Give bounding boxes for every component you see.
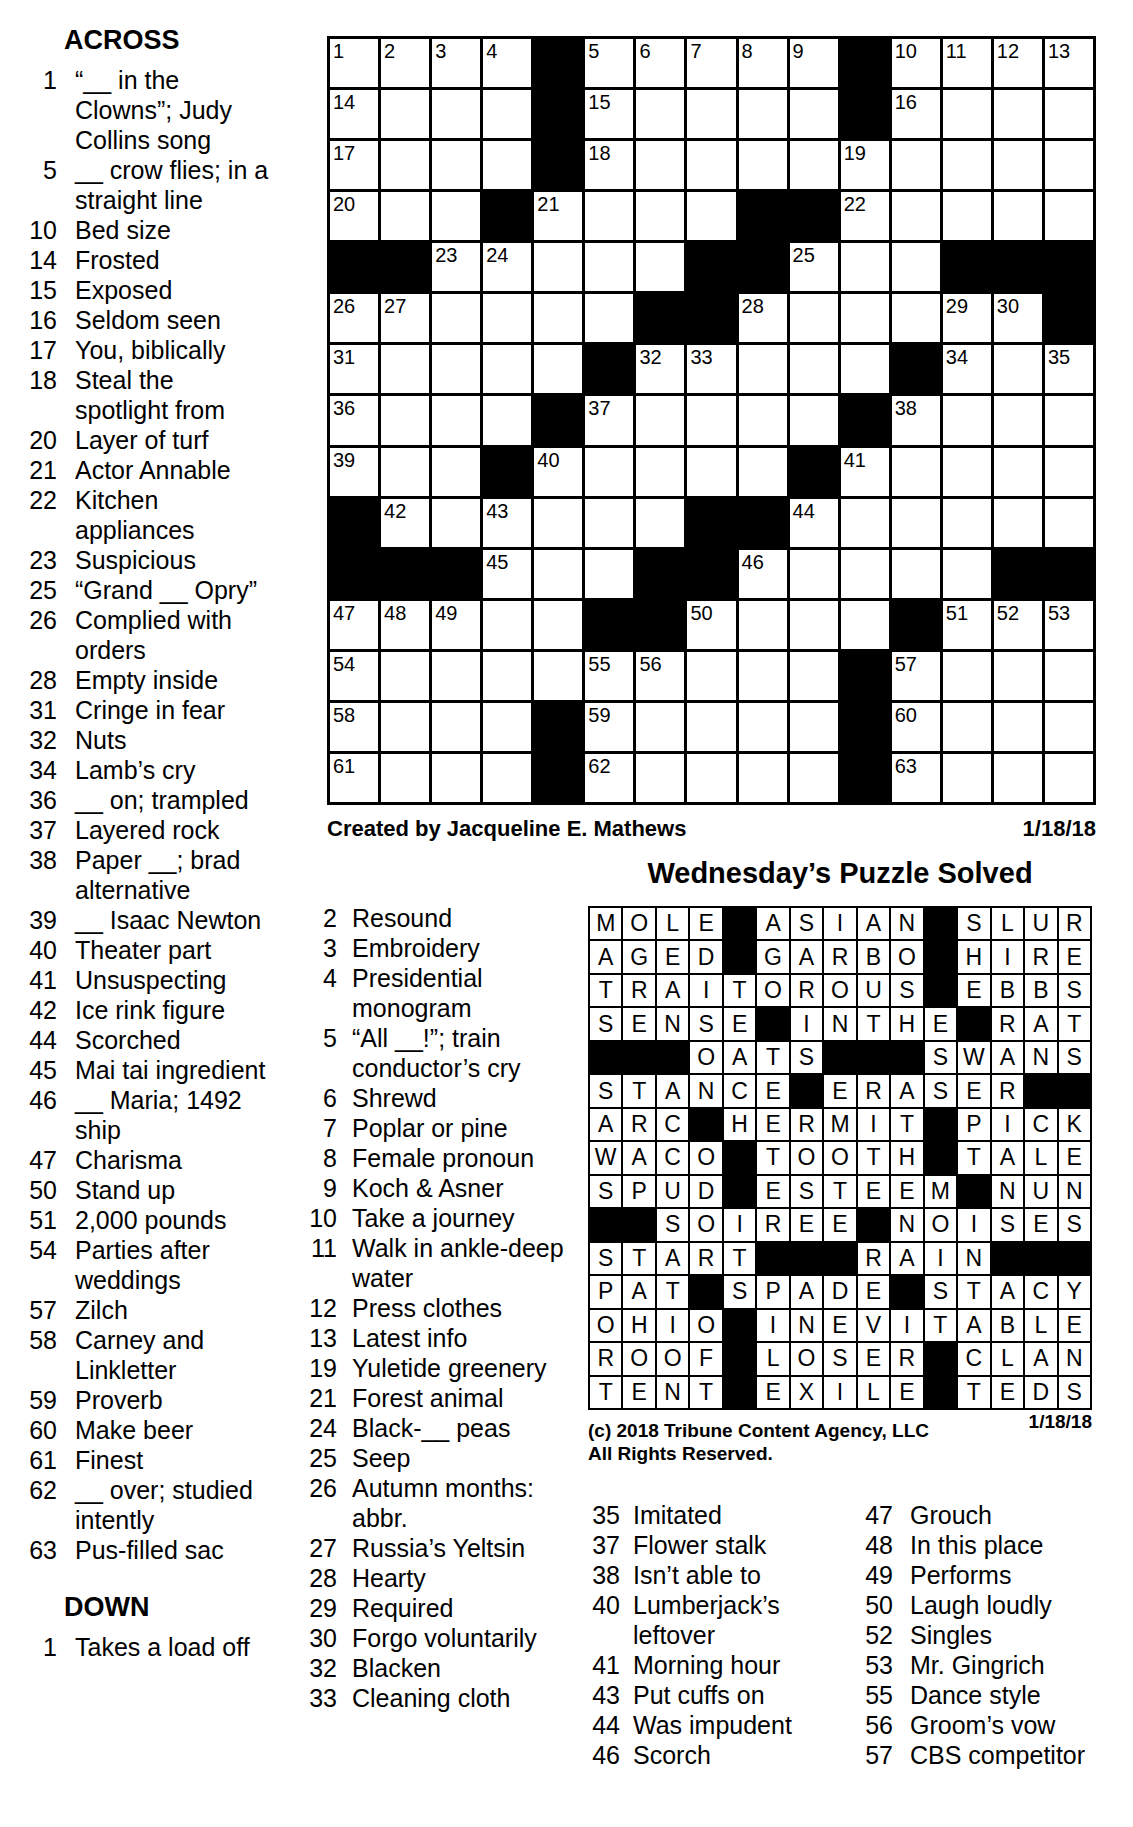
grid-cell-r13c15[interactable] — [1045, 652, 1093, 700]
grid-cell-r3c8[interactable] — [687, 141, 735, 189]
grid-cell-r8c7[interactable] — [636, 396, 684, 444]
grid-cell-r8c15[interactable] — [1045, 396, 1093, 444]
clue-number: 25 — [300, 1443, 337, 1473]
clue-42: 42Ice rink figure — [20, 995, 275, 1025]
grid-cell-r4c13[interactable] — [943, 192, 991, 240]
grid-cell-r14c13[interactable] — [943, 703, 991, 751]
grid-cell-r1c10[interactable]: 9 — [790, 39, 838, 87]
grid-cell-r1c15[interactable]: 13 — [1045, 39, 1093, 87]
clue-text: Bed size — [75, 215, 271, 245]
grid-cell-r11c4[interactable]: 45 — [483, 550, 531, 598]
black-cell-r2c11 — [841, 90, 889, 138]
grid-cell-r9c5[interactable]: 40 — [534, 448, 582, 496]
grid-cell-r2c9[interactable] — [739, 90, 787, 138]
clue-text: Press clothes — [352, 1293, 567, 1323]
letter-cell-r5c15: S — [1059, 1042, 1090, 1073]
clue-text: Imitated — [633, 1500, 818, 1530]
grid-cell-r9c11[interactable]: 41 — [841, 448, 889, 496]
grid-cell-r7c13[interactable]: 34 — [943, 345, 991, 393]
clue-23: 23Suspicious — [20, 545, 275, 575]
grid-cell-r12c10[interactable] — [790, 601, 838, 649]
grid-cell-r9c15[interactable] — [1045, 448, 1093, 496]
grid-cell-r7c1[interactable]: 31 — [330, 345, 378, 393]
letter-cell-r8c9: T — [858, 1142, 889, 1173]
grid-cell-r13c2[interactable] — [381, 652, 429, 700]
letter-cell-r5c7: S — [791, 1042, 822, 1073]
letter-cell-r15c15: S — [1059, 1377, 1090, 1408]
grid-cell-r15c10[interactable] — [790, 754, 838, 802]
grid-cell-r1c8[interactable]: 7 — [687, 39, 735, 87]
grid-cell-r1c1[interactable]: 1 — [330, 39, 378, 87]
grid-cell-r12c1[interactable]: 47 — [330, 601, 378, 649]
grid-cell-r4c3[interactable] — [432, 192, 480, 240]
clue-number: 58 — [20, 1325, 57, 1355]
grid-cell-r6c5[interactable] — [534, 294, 582, 342]
grid-cell-r6c1[interactable]: 26 — [330, 294, 378, 342]
grid-cell-r9c2[interactable] — [381, 448, 429, 496]
grid-cell-r14c15[interactable] — [1045, 703, 1093, 751]
grid-cell-r3c15[interactable] — [1045, 141, 1093, 189]
grid-cell-r2c3[interactable] — [432, 90, 480, 138]
cell-number: 44 — [793, 500, 815, 522]
grid-cell-r6c4[interactable] — [483, 294, 531, 342]
cell-number: 38 — [895, 397, 917, 419]
grid-cell-r12c2[interactable]: 48 — [381, 601, 429, 649]
grid-cell-r14c4[interactable] — [483, 703, 531, 751]
grid-cell-r7c4[interactable] — [483, 345, 531, 393]
grid-cell-r12c15[interactable]: 53 — [1045, 601, 1093, 649]
grid-cell-r14c10[interactable] — [790, 703, 838, 751]
grid-cell-r5c7[interactable] — [636, 243, 684, 291]
grid-cell-r15c14[interactable] — [994, 754, 1042, 802]
grid-cell-r4c5[interactable]: 21 — [534, 192, 582, 240]
letter-cell-r10c15: S — [1059, 1209, 1090, 1240]
grid-cell-r4c8[interactable] — [687, 192, 735, 240]
grid-cell-r11c10[interactable] — [790, 550, 838, 598]
clue-55: 55Dance style — [856, 1680, 1106, 1710]
grid-cell-r13c3[interactable] — [432, 652, 480, 700]
grid-cell-r3c13[interactable] — [943, 141, 991, 189]
letter-cell-r7c3: C — [657, 1109, 688, 1140]
grid-cell-r10c11[interactable] — [841, 499, 889, 547]
clue-text: Required — [352, 1593, 567, 1623]
letter-cell-r4c2: E — [623, 1008, 654, 1039]
grid-cell-r7c7[interactable]: 32 — [636, 345, 684, 393]
letter-cell-r9c9: E — [858, 1176, 889, 1207]
grid-cell-r13c4[interactable] — [483, 652, 531, 700]
grid-cell-r4c11[interactable]: 22 — [841, 192, 889, 240]
clue-41: 41Unsuspecting — [20, 965, 275, 995]
grid-cell-r13c14[interactable] — [994, 652, 1042, 700]
letter-cell-r14c10: R — [891, 1343, 922, 1374]
clue-47: 47Grouch — [856, 1500, 1106, 1530]
clue-9: 9Koch & Asner — [300, 1173, 570, 1203]
clue-text: __ Isaac Newton — [75, 905, 271, 935]
grid-cell-r8c4[interactable] — [483, 396, 531, 444]
grid-cell-r2c14[interactable] — [994, 90, 1042, 138]
grid-cell-r6c10[interactable] — [790, 294, 838, 342]
grid-cell-r15c1[interactable]: 61 — [330, 754, 378, 802]
grid-cell-r15c4[interactable] — [483, 754, 531, 802]
grid-cell-r15c12[interactable]: 63 — [892, 754, 940, 802]
grid-cell-r9c7[interactable] — [636, 448, 684, 496]
grid-cell-r4c12[interactable] — [892, 192, 940, 240]
grid-cell-r15c3[interactable] — [432, 754, 480, 802]
grid-cell-r3c3[interactable] — [432, 141, 480, 189]
clue-number: 41 — [583, 1650, 620, 1680]
grid-cell-r3c6[interactable]: 18 — [585, 141, 633, 189]
grid-cell-r12c14[interactable]: 52 — [994, 601, 1042, 649]
grid-cell-r8c6[interactable]: 37 — [585, 396, 633, 444]
grid-cell-r7c2[interactable] — [381, 345, 429, 393]
grid-cell-r9c1[interactable]: 39 — [330, 448, 378, 496]
letter-cell-r14c8: S — [824, 1343, 855, 1374]
letter-cell-r9c6: E — [757, 1176, 788, 1207]
clue-54: 54Parties after weddings — [20, 1235, 275, 1295]
clue-32: 32Nuts — [20, 725, 275, 755]
grid-cell-r14c6[interactable]: 59 — [585, 703, 633, 751]
grid-cell-r5c11[interactable] — [841, 243, 889, 291]
letter-cell-r8c1: W — [590, 1142, 621, 1173]
grid-cell-r12c4[interactable] — [483, 601, 531, 649]
letter-cell-r1c8: I — [824, 908, 855, 939]
clue-46: 46__ Maria; 1492 ship — [20, 1085, 275, 1145]
black-cell-r5c8 — [687, 243, 735, 291]
clue-8: 8Female pronoun — [300, 1143, 570, 1173]
grid-cell-r10c13[interactable] — [943, 499, 991, 547]
grid-cell-r13c1[interactable]: 54 — [330, 652, 378, 700]
grid-cell-r6c12[interactable] — [892, 294, 940, 342]
grid-cell-r2c12[interactable]: 16 — [892, 90, 940, 138]
clue-32: 32Blacken — [300, 1653, 570, 1683]
grid-cell-r2c7[interactable] — [636, 90, 684, 138]
grid-cell-r12c3[interactable]: 49 — [432, 601, 480, 649]
clue-text: Was impudent — [633, 1710, 818, 1740]
letter-cell-r5c6: T — [757, 1042, 788, 1073]
grid-cell-r8c13[interactable] — [943, 396, 991, 444]
clue-number: 28 — [20, 665, 57, 695]
clue-number: 15 — [20, 275, 57, 305]
grid-cell-r3c2[interactable] — [381, 141, 429, 189]
grid-cell-r14c14[interactable] — [994, 703, 1042, 751]
grid-cell-r13c13[interactable] — [943, 652, 991, 700]
grid-cell-r9c3[interactable] — [432, 448, 480, 496]
grid-cell-r4c2[interactable] — [381, 192, 429, 240]
grid-cell-r3c11[interactable]: 19 — [841, 141, 889, 189]
grid-cell-r13c10[interactable] — [790, 652, 838, 700]
clue-text: Koch & Asner — [352, 1173, 567, 1203]
cell-number: 60 — [895, 704, 917, 726]
clue-28: 28Empty inside — [20, 665, 275, 695]
clue-number: 46 — [20, 1085, 57, 1115]
grid-cell-r5c5[interactable] — [534, 243, 582, 291]
grid-cell-r10c14[interactable] — [994, 499, 1042, 547]
cell-number: 12 — [997, 40, 1019, 62]
grid-cell-r9c8[interactable] — [687, 448, 735, 496]
clue-text: Cringe in fear — [75, 695, 271, 725]
letter-cell-r15c6: E — [757, 1377, 788, 1408]
grid-cell-r2c6[interactable]: 15 — [585, 90, 633, 138]
grid-cell-r8c14[interactable] — [994, 396, 1042, 444]
letter-cell-r9c11: M — [925, 1176, 956, 1207]
grid-cell-r13c8[interactable] — [687, 652, 735, 700]
grid-cell-r15c9[interactable] — [739, 754, 787, 802]
down-clues-column-b: 47Grouch48In this place49Performs50Laugh… — [856, 1500, 1106, 1770]
clue-number: 56 — [856, 1710, 893, 1740]
grid-cell-r5c3[interactable]: 23 — [432, 243, 480, 291]
letter-cell-r12c12: T — [958, 1276, 989, 1307]
letter-cell-r5c5: A — [724, 1042, 755, 1073]
letter-cell-r11c2: T — [623, 1243, 654, 1274]
cell-number: 11 — [946, 40, 967, 62]
grid-cell-r4c7[interactable] — [636, 192, 684, 240]
grid-cell-r2c15[interactable] — [1045, 90, 1093, 138]
letter-cell-r12c2: A — [623, 1276, 654, 1307]
letter-cell-r2c7: A — [791, 941, 822, 972]
grid-cell-r15c15[interactable] — [1045, 754, 1093, 802]
grid-cell-r11c5[interactable] — [534, 550, 582, 598]
grid-cell-r8c10[interactable] — [790, 396, 838, 444]
grid-cell-r10c7[interactable] — [636, 499, 684, 547]
clue-number: 44 — [583, 1710, 620, 1740]
grid-cell-r10c3[interactable] — [432, 499, 480, 547]
grid-cell-r11c13[interactable] — [943, 550, 991, 598]
grid-cell-r15c6[interactable]: 62 — [585, 754, 633, 802]
black-cell-r12c10 — [891, 1276, 922, 1307]
clue-40: 40Lumberjack’s leftover — [583, 1590, 823, 1650]
grid-cell-r10c12[interactable] — [892, 499, 940, 547]
grid-cell-r6c3[interactable] — [432, 294, 480, 342]
grid-cell-r6c11[interactable] — [841, 294, 889, 342]
grid-cell-r6c14[interactable]: 30 — [994, 294, 1042, 342]
grid-cell-r2c2[interactable] — [381, 90, 429, 138]
grid-cell-r10c15[interactable] — [1045, 499, 1093, 547]
clue-text: Layer of turf — [75, 425, 271, 455]
grid-cell-r8c1[interactable]: 36 — [330, 396, 378, 444]
grid-cell-r1c6[interactable]: 5 — [585, 39, 633, 87]
grid-cell-r3c4[interactable] — [483, 141, 531, 189]
clue-number: 10 — [300, 1203, 337, 1233]
black-cell-r9c12 — [958, 1176, 989, 1207]
grid-cell-r14c9[interactable] — [739, 703, 787, 751]
grid-cell-r5c6[interactable] — [585, 243, 633, 291]
grid-cell-r1c3[interactable]: 3 — [432, 39, 480, 87]
grid-cell-r14c1[interactable]: 58 — [330, 703, 378, 751]
grid-cell-r7c10[interactable] — [790, 345, 838, 393]
clue-number: 1 — [20, 65, 57, 95]
grid-cell-r12c8[interactable]: 50 — [687, 601, 735, 649]
clue-text: Layered rock — [75, 815, 271, 845]
grid-cell-r14c12[interactable]: 60 — [892, 703, 940, 751]
clue-number: 42 — [20, 995, 57, 1025]
letter-cell-r13c15: E — [1059, 1310, 1090, 1341]
clue-text: __ crow flies; in a straight line — [75, 155, 271, 215]
clue-10: 10Take a journey — [300, 1203, 570, 1233]
clue-number: 43 — [583, 1680, 620, 1710]
grid-cell-r4c14[interactable] — [994, 192, 1042, 240]
grid-cell-r11c9[interactable]: 46 — [739, 550, 787, 598]
grid-cell-r15c8[interactable] — [687, 754, 735, 802]
grid-cell-r8c3[interactable] — [432, 396, 480, 444]
clue-number: 57 — [20, 1295, 57, 1325]
grid-cell-r7c15[interactable]: 35 — [1045, 345, 1093, 393]
grid-cell-r8c9[interactable] — [739, 396, 787, 444]
clue-number: 57 — [856, 1740, 893, 1770]
clue-5: 5“All __!”; train conductor’s cry — [300, 1023, 570, 1083]
puzzle-date: 1/18/18 — [1023, 816, 1096, 842]
grid-cell-r15c13[interactable] — [943, 754, 991, 802]
grid-cell-r2c13[interactable] — [943, 90, 991, 138]
grid-cell-r1c2[interactable]: 2 — [381, 39, 429, 87]
grid-cell-r1c4[interactable]: 4 — [483, 39, 531, 87]
letter-cell-r11c10: A — [891, 1243, 922, 1274]
grid-cell-r3c9[interactable] — [739, 141, 787, 189]
black-cell-r5c8 — [824, 1042, 855, 1073]
grid-cell-r14c3[interactable] — [432, 703, 480, 751]
grid-cell-r3c1[interactable]: 17 — [330, 141, 378, 189]
grid-cell-r13c5[interactable] — [534, 652, 582, 700]
clue-text: Resound — [352, 903, 567, 933]
grid-cell-r3c10[interactable] — [790, 141, 838, 189]
grid-cell-r4c1[interactable]: 20 — [330, 192, 378, 240]
grid-cell-r7c3[interactable] — [432, 345, 480, 393]
cell-number: 49 — [435, 602, 457, 624]
grid-cell-r3c7[interactable] — [636, 141, 684, 189]
letter-cell-r15c14: D — [1025, 1377, 1056, 1408]
grid-cell-r10c6[interactable] — [585, 499, 633, 547]
letter-cell-r8c7: O — [791, 1142, 822, 1173]
letter-cell-r12c1: P — [590, 1276, 621, 1307]
grid-cell-r4c15[interactable] — [1045, 192, 1093, 240]
clue-number: 45 — [20, 1055, 57, 1085]
grid-cell-r6c13[interactable]: 29 — [943, 294, 991, 342]
grid-cell-r7c5[interactable] — [534, 345, 582, 393]
letter-cell-r10c12: I — [958, 1209, 989, 1240]
grid-cell-r5c12[interactable] — [892, 243, 940, 291]
grid-cell-r10c2[interactable]: 42 — [381, 499, 429, 547]
grid-cell-r1c12[interactable]: 10 — [892, 39, 940, 87]
grid-cell-r5c4[interactable]: 24 — [483, 243, 531, 291]
black-cell-r11c7 — [791, 1243, 822, 1274]
cell-number: 7 — [690, 40, 701, 62]
grid-cell-r8c8[interactable] — [687, 396, 735, 444]
grid-cell-r10c5[interactable] — [534, 499, 582, 547]
letter-cell-r9c2: P — [623, 1176, 654, 1207]
clue-number: 53 — [856, 1650, 893, 1680]
grid-cell-r6c2[interactable]: 27 — [381, 294, 429, 342]
grid-cell-r10c10[interactable]: 44 — [790, 499, 838, 547]
grid-cell-r8c12[interactable]: 38 — [892, 396, 940, 444]
letter-cell-r9c14: U — [1025, 1176, 1056, 1207]
grid-cell-r1c14[interactable]: 12 — [994, 39, 1042, 87]
grid-cell-r5c10[interactable]: 25 — [790, 243, 838, 291]
grid-cell-r7c14[interactable] — [994, 345, 1042, 393]
grid-cell-r1c13[interactable]: 11 — [943, 39, 991, 87]
grid-cell-r2c4[interactable] — [483, 90, 531, 138]
clue-number: 29 — [300, 1593, 337, 1623]
grid-cell-r12c9[interactable] — [739, 601, 787, 649]
cell-number: 47 — [333, 602, 355, 624]
grid-cell-r13c7[interactable]: 56 — [636, 652, 684, 700]
grid-cell-r1c7[interactable]: 6 — [636, 39, 684, 87]
grid-cell-r13c9[interactable] — [739, 652, 787, 700]
grid-cell-r9c13[interactable] — [943, 448, 991, 496]
grid-cell-r7c11[interactable] — [841, 345, 889, 393]
grid-cell-r9c9[interactable] — [739, 448, 787, 496]
grid-cell-r2c1[interactable]: 14 — [330, 90, 378, 138]
clue-number: 37 — [583, 1530, 620, 1560]
grid-cell-r14c7[interactable] — [636, 703, 684, 751]
grid-cell-r8c2[interactable] — [381, 396, 429, 444]
grid-cell-r15c7[interactable] — [636, 754, 684, 802]
letter-cell-r8c14: L — [1025, 1142, 1056, 1173]
grid-cell-r1c9[interactable]: 8 — [739, 39, 787, 87]
puzzle-grid: 1234567891011121314151617181920212223242… — [327, 36, 1096, 805]
letter-cell-r7c13: I — [992, 1109, 1023, 1140]
grid-cell-r4c6[interactable] — [585, 192, 633, 240]
clue-43: 43Put cuffs on — [583, 1680, 823, 1710]
letter-cell-r8c15: E — [1059, 1142, 1090, 1173]
grid-cell-r13c12[interactable]: 57 — [892, 652, 940, 700]
grid-cell-r12c13[interactable]: 51 — [943, 601, 991, 649]
black-cell-r14c11 — [925, 1343, 956, 1374]
grid-cell-r10c4[interactable]: 43 — [483, 499, 531, 547]
clue-33: 33Cleaning cloth — [300, 1683, 570, 1713]
grid-cell-r13c6[interactable]: 55 — [585, 652, 633, 700]
grid-cell-r9c14[interactable] — [994, 448, 1042, 496]
clue-text: Walk in ankle-deep water — [352, 1233, 567, 1293]
grid-cell-r14c2[interactable] — [381, 703, 429, 751]
clue-text: Scorch — [633, 1740, 818, 1770]
grid-cell-r15c2[interactable] — [381, 754, 429, 802]
clue-number: 48 — [856, 1530, 893, 1560]
clue-text: Paper __; brad alternative — [75, 845, 271, 905]
grid-cell-r9c12[interactable] — [892, 448, 940, 496]
black-cell-r6c15 — [1045, 294, 1093, 342]
grid-cell-r12c11[interactable] — [841, 601, 889, 649]
grid-cell-r11c11[interactable] — [841, 550, 889, 598]
grid-cell-r14c8[interactable] — [687, 703, 735, 751]
letter-cell-r9c15: N — [1059, 1176, 1090, 1207]
letter-cell-r7c14: C — [1025, 1109, 1056, 1140]
clue-text: Charisma — [75, 1145, 271, 1175]
clue-59: 59Proverb — [20, 1385, 275, 1415]
letter-cell-r7c9: I — [858, 1109, 889, 1140]
clue-text: Lamb’s cry — [75, 755, 271, 785]
grid-cell-r12c5[interactable] — [534, 601, 582, 649]
grid-cell-r3c12[interactable] — [892, 141, 940, 189]
grid-cell-r11c6[interactable] — [585, 550, 633, 598]
clue-number: 4 — [300, 963, 337, 993]
black-cell-r5c1 — [330, 243, 378, 291]
grid-cell-r9c6[interactable] — [585, 448, 633, 496]
black-cell-r7c6 — [585, 345, 633, 393]
letter-cell-r13c4: O — [690, 1310, 721, 1341]
grid-cell-r7c8[interactable]: 33 — [687, 345, 735, 393]
grid-cell-r2c10[interactable] — [790, 90, 838, 138]
grid-cell-r6c6[interactable] — [585, 294, 633, 342]
black-cell-r6c15 — [1059, 1075, 1090, 1106]
grid-cell-r2c8[interactable] — [687, 90, 735, 138]
grid-cell-r6c9[interactable]: 28 — [739, 294, 787, 342]
clue-number: 46 — [583, 1740, 620, 1770]
clue-text: Hearty — [352, 1563, 567, 1593]
clue-number: 50 — [20, 1175, 57, 1205]
grid-cell-r7c9[interactable] — [739, 345, 787, 393]
grid-cell-r11c12[interactable] — [892, 550, 940, 598]
grid-cell-r3c14[interactable] — [994, 141, 1042, 189]
black-cell-r5c15 — [1045, 243, 1093, 291]
